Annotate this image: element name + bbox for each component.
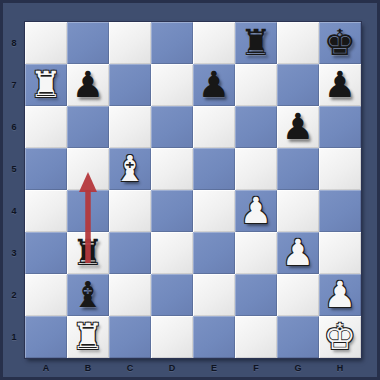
square-h7[interactable]: ♟ (319, 64, 361, 106)
square-c7[interactable] (109, 64, 151, 106)
square-d3[interactable] (151, 232, 193, 274)
chess-board-frame: ♜♚♜♟♟♟♟♝♟♜♟♝♟♜♚ 87654321 ABCDEFGH (0, 0, 380, 380)
rank-label-7: 7 (3, 64, 25, 106)
square-d2[interactable] (151, 274, 193, 316)
square-e7[interactable]: ♟ (193, 64, 235, 106)
black-pawn-e7[interactable]: ♟ (198, 64, 230, 106)
file-label-B: B (67, 358, 109, 378)
file-label-A: A (25, 358, 67, 378)
square-f6[interactable] (235, 106, 277, 148)
square-d1[interactable] (151, 316, 193, 358)
white-bishop-c5[interactable]: ♝ (114, 148, 146, 190)
square-h4[interactable] (319, 190, 361, 232)
square-h3[interactable] (319, 232, 361, 274)
square-b4[interactable] (67, 190, 109, 232)
square-c3[interactable] (109, 232, 151, 274)
square-c5[interactable]: ♝ (109, 148, 151, 190)
file-label-F: F (235, 358, 277, 378)
square-g1[interactable] (277, 316, 319, 358)
rank-label-2: 2 (3, 274, 25, 316)
file-label-G: G (277, 358, 319, 378)
white-rook-a7[interactable]: ♜ (30, 64, 62, 106)
square-b3[interactable]: ♜ (67, 232, 109, 274)
square-g6[interactable]: ♟ (277, 106, 319, 148)
black-rook-b3[interactable]: ♜ (72, 232, 104, 274)
white-king-h1[interactable]: ♚ (324, 316, 356, 358)
square-b5[interactable] (67, 148, 109, 190)
square-e5[interactable] (193, 148, 235, 190)
rank-label-8: 8 (3, 22, 25, 64)
square-d8[interactable] (151, 22, 193, 64)
square-g2[interactable] (277, 274, 319, 316)
square-h2[interactable]: ♟ (319, 274, 361, 316)
square-g7[interactable] (277, 64, 319, 106)
square-a3[interactable] (25, 232, 67, 274)
square-e2[interactable] (193, 274, 235, 316)
square-c4[interactable] (109, 190, 151, 232)
square-d5[interactable] (151, 148, 193, 190)
square-d4[interactable] (151, 190, 193, 232)
square-f8[interactable]: ♜ (235, 22, 277, 64)
square-a5[interactable] (25, 148, 67, 190)
square-e6[interactable] (193, 106, 235, 148)
square-g5[interactable] (277, 148, 319, 190)
square-f4[interactable]: ♟ (235, 190, 277, 232)
square-b1[interactable]: ♜ (67, 316, 109, 358)
square-f1[interactable] (235, 316, 277, 358)
square-a8[interactable] (25, 22, 67, 64)
square-g4[interactable] (277, 190, 319, 232)
rank-label-4: 4 (3, 190, 25, 232)
square-c1[interactable] (109, 316, 151, 358)
white-rook-b1[interactable]: ♜ (72, 316, 104, 358)
square-f5[interactable] (235, 148, 277, 190)
square-g3[interactable]: ♟ (277, 232, 319, 274)
square-c6[interactable] (109, 106, 151, 148)
black-pawn-b7[interactable]: ♟ (72, 64, 104, 106)
square-a2[interactable] (25, 274, 67, 316)
white-pawn-f4[interactable]: ♟ (240, 190, 272, 232)
black-bishop-b2[interactable]: ♝ (72, 274, 104, 316)
square-a7[interactable]: ♜ (25, 64, 67, 106)
square-c2[interactable] (109, 274, 151, 316)
black-rook-f8[interactable]: ♜ (240, 22, 272, 64)
white-pawn-h2[interactable]: ♟ (324, 274, 356, 316)
square-f2[interactable] (235, 274, 277, 316)
square-e8[interactable] (193, 22, 235, 64)
square-h1[interactable]: ♚ (319, 316, 361, 358)
square-d7[interactable] (151, 64, 193, 106)
square-h6[interactable] (319, 106, 361, 148)
black-king-h8[interactable]: ♚ (324, 22, 356, 64)
square-e1[interactable] (193, 316, 235, 358)
square-f7[interactable] (235, 64, 277, 106)
square-h8[interactable]: ♚ (319, 22, 361, 64)
square-c8[interactable] (109, 22, 151, 64)
square-g8[interactable] (277, 22, 319, 64)
file-label-D: D (151, 358, 193, 378)
square-e3[interactable] (193, 232, 235, 274)
rank-label-5: 5 (3, 148, 25, 190)
square-a4[interactable] (25, 190, 67, 232)
chess-board: ♜♚♜♟♟♟♟♝♟♜♟♝♟♜♚ (25, 22, 361, 358)
white-pawn-g3[interactable]: ♟ (282, 232, 314, 274)
rank-label-3: 3 (3, 232, 25, 274)
file-label-H: H (319, 358, 361, 378)
rank-label-1: 1 (3, 316, 25, 358)
square-b6[interactable] (67, 106, 109, 148)
square-b7[interactable]: ♟ (67, 64, 109, 106)
square-h5[interactable] (319, 148, 361, 190)
file-label-E: E (193, 358, 235, 378)
black-pawn-g6[interactable]: ♟ (282, 106, 314, 148)
square-d6[interactable] (151, 106, 193, 148)
square-b2[interactable]: ♝ (67, 274, 109, 316)
square-a1[interactable] (25, 316, 67, 358)
square-a6[interactable] (25, 106, 67, 148)
square-b8[interactable] (67, 22, 109, 64)
file-label-C: C (109, 358, 151, 378)
rank-label-6: 6 (3, 106, 25, 148)
black-pawn-h7[interactable]: ♟ (324, 64, 356, 106)
square-e4[interactable] (193, 190, 235, 232)
square-f3[interactable] (235, 232, 277, 274)
